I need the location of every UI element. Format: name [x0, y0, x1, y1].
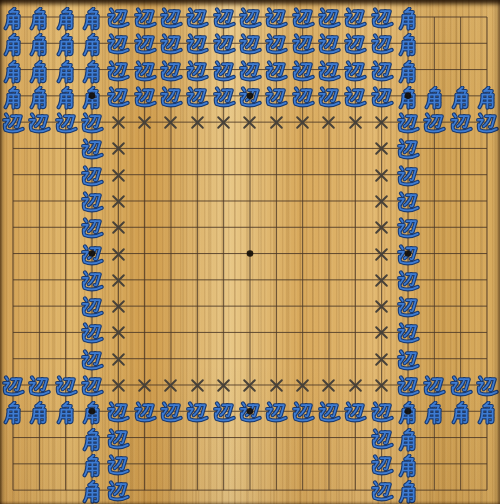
edge-label — [422, 374, 446, 400]
corner-label — [396, 6, 420, 32]
edge-label — [264, 32, 288, 58]
edge-label — [343, 400, 367, 426]
cross-mark — [294, 377, 311, 394]
edge-label — [317, 32, 341, 58]
edge-label — [370, 6, 394, 32]
edge-label — [1, 374, 25, 400]
corner-label — [80, 453, 104, 479]
cross-mark — [110, 377, 127, 394]
star-point — [405, 250, 412, 257]
cross-mark — [215, 114, 232, 131]
edge-label — [343, 32, 367, 58]
corner-label — [27, 59, 51, 85]
corner-label — [80, 400, 104, 426]
edge-label — [370, 32, 394, 58]
cross-mark — [162, 377, 179, 394]
edge-label — [264, 85, 288, 111]
edge-label — [106, 32, 130, 58]
cross-mark — [110, 193, 127, 210]
edge-label — [133, 85, 157, 111]
edge-label — [80, 269, 104, 295]
edge-label — [475, 111, 499, 137]
corner-label — [396, 453, 420, 479]
edge-label — [343, 6, 367, 32]
cross-mark — [373, 193, 390, 210]
edge-label — [159, 85, 183, 111]
corner-label — [27, 400, 51, 426]
star-point — [89, 93, 96, 100]
edge-label — [80, 137, 104, 163]
cross-mark — [162, 114, 179, 131]
edge-label — [133, 59, 157, 85]
corner-label — [1, 400, 25, 426]
edge-label — [370, 479, 394, 504]
cross-mark — [110, 114, 127, 131]
corner-label — [27, 6, 51, 32]
star-point — [89, 250, 96, 257]
corner-label — [80, 479, 104, 504]
cross-mark — [373, 351, 390, 368]
corner-label — [1, 6, 25, 32]
corner-label — [80, 32, 104, 58]
edge-label — [291, 400, 315, 426]
corner-label — [80, 6, 104, 32]
edge-label — [106, 59, 130, 85]
corner-label — [80, 85, 104, 111]
edge-label — [238, 32, 262, 58]
corner-label — [475, 85, 499, 111]
edge-label — [27, 374, 51, 400]
corner-label — [54, 400, 78, 426]
edge-label — [238, 6, 262, 32]
cross-mark — [110, 324, 127, 341]
edge-label — [396, 348, 420, 374]
corner-label — [27, 32, 51, 58]
edge-label — [396, 111, 420, 137]
edge-label — [291, 85, 315, 111]
corner-label — [1, 85, 25, 111]
edge-label — [449, 374, 473, 400]
edge-label — [185, 85, 209, 111]
edge-label — [80, 321, 104, 347]
cross-mark — [347, 114, 364, 131]
edge-label — [80, 111, 104, 137]
edge-label — [80, 374, 104, 400]
edge-label — [396, 190, 420, 216]
edge-label — [370, 427, 394, 453]
edge-label — [212, 32, 236, 58]
edge-label — [1, 111, 25, 137]
corner-label — [80, 59, 104, 85]
edge-label — [106, 479, 130, 504]
corner-label — [27, 85, 51, 111]
cross-mark — [373, 114, 390, 131]
edge-label — [159, 6, 183, 32]
edge-label — [159, 59, 183, 85]
edge-label — [343, 85, 367, 111]
star-point — [405, 408, 412, 415]
edge-label — [212, 6, 236, 32]
cross-mark — [268, 377, 285, 394]
edge-label — [370, 85, 394, 111]
edge-label — [370, 400, 394, 426]
edge-label — [80, 190, 104, 216]
board-grid — [0, 0, 500, 504]
cross-mark — [189, 114, 206, 131]
edge-label — [212, 59, 236, 85]
edge-label — [317, 59, 341, 85]
cross-mark — [136, 377, 153, 394]
cross-mark — [320, 114, 337, 131]
corner-label — [396, 85, 420, 111]
cross-mark — [215, 377, 232, 394]
edge-label — [80, 243, 104, 269]
edge-label — [264, 59, 288, 85]
edge-label — [133, 6, 157, 32]
corner-label — [1, 32, 25, 58]
corner-label — [54, 59, 78, 85]
star-point — [247, 408, 254, 415]
corner-label — [396, 479, 420, 504]
edge-label — [238, 59, 262, 85]
edge-label — [133, 400, 157, 426]
edge-label — [291, 6, 315, 32]
edge-label — [422, 111, 446, 137]
cross-mark — [110, 272, 127, 289]
edge-label — [80, 216, 104, 242]
corner-label — [449, 400, 473, 426]
edge-label — [80, 164, 104, 190]
edge-label — [27, 111, 51, 137]
edge-label — [317, 6, 341, 32]
corner-label — [422, 400, 446, 426]
cross-mark — [373, 298, 390, 315]
edge-label — [396, 164, 420, 190]
edge-label — [396, 321, 420, 347]
edge-label — [343, 59, 367, 85]
cross-mark — [373, 377, 390, 394]
edge-label — [264, 400, 288, 426]
cross-mark — [347, 377, 364, 394]
cross-mark — [241, 114, 258, 131]
edge-label — [106, 427, 130, 453]
cross-mark — [110, 219, 127, 236]
cross-mark — [373, 272, 390, 289]
edge-label — [54, 111, 78, 137]
cross-mark — [110, 298, 127, 315]
corner-label — [54, 32, 78, 58]
edge-label — [159, 32, 183, 58]
corner-label — [396, 427, 420, 453]
corner-label — [54, 6, 78, 32]
cross-mark — [136, 114, 153, 131]
edge-label — [185, 400, 209, 426]
star-point — [89, 408, 96, 415]
edge-label — [54, 374, 78, 400]
cross-mark — [373, 324, 390, 341]
corner-label — [80, 427, 104, 453]
go-board[interactable] — [0, 0, 500, 504]
edge-label — [212, 400, 236, 426]
star-points — [0, 0, 500, 504]
cross-mark — [110, 246, 127, 263]
edge-label — [396, 269, 420, 295]
cross-mark — [189, 377, 206, 394]
edge-label — [291, 59, 315, 85]
corner-label — [396, 32, 420, 58]
edge-label — [106, 6, 130, 32]
edge-label — [185, 6, 209, 32]
annotation-layer — [0, 0, 500, 504]
star-point — [247, 93, 254, 100]
corner-label — [396, 400, 420, 426]
cross-mark — [110, 140, 127, 157]
edge-label — [396, 243, 420, 269]
edge-label — [106, 400, 130, 426]
cross-mark — [268, 114, 285, 131]
edge-label — [396, 295, 420, 321]
edge-label — [396, 137, 420, 163]
corner-label — [475, 400, 499, 426]
cross-mark — [373, 219, 390, 236]
edge-label — [449, 111, 473, 137]
edge-label — [159, 400, 183, 426]
edge-label — [396, 216, 420, 242]
edge-label — [396, 374, 420, 400]
edge-label — [238, 85, 262, 111]
corner-label — [422, 85, 446, 111]
edge-label — [317, 400, 341, 426]
edge-label — [475, 374, 499, 400]
edge-label — [317, 85, 341, 111]
edge-label — [106, 453, 130, 479]
edge-label — [370, 453, 394, 479]
cross-mark — [294, 114, 311, 131]
cross-mark — [373, 246, 390, 263]
corner-label — [54, 85, 78, 111]
star-point — [247, 250, 254, 257]
edge-label — [80, 348, 104, 374]
edge-label — [80, 295, 104, 321]
cross-mark — [320, 377, 337, 394]
cross-mark — [373, 140, 390, 157]
corner-label — [449, 85, 473, 111]
edge-label — [264, 6, 288, 32]
cross-mark — [110, 351, 127, 368]
cross-mark — [373, 167, 390, 184]
edge-label — [370, 59, 394, 85]
cross-mark — [110, 167, 127, 184]
cross-mark — [241, 377, 258, 394]
edge-label — [133, 32, 157, 58]
edge-label — [185, 59, 209, 85]
edge-label — [185, 32, 209, 58]
star-point — [405, 93, 412, 100]
edge-label — [106, 85, 130, 111]
corner-label — [396, 59, 420, 85]
edge-label — [212, 85, 236, 111]
edge-label — [291, 32, 315, 58]
corner-label — [1, 59, 25, 85]
edge-label — [238, 400, 262, 426]
